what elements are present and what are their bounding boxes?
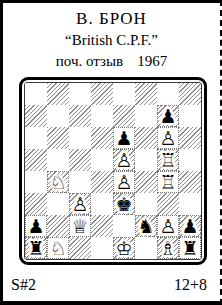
- square-b3: [47, 193, 69, 215]
- square-a7: [25, 105, 47, 127]
- square-h8: [179, 83, 201, 105]
- stipulation: S#2: [11, 275, 36, 294]
- square-d3: [91, 193, 113, 215]
- piece-black-pawn: ♟: [179, 215, 201, 237]
- square-e8: [113, 83, 135, 105]
- square-a6: [25, 127, 47, 149]
- square-d8: [91, 83, 113, 105]
- piece-white-pawn: ♙: [157, 127, 179, 149]
- chess-board: ♟♟♙♙♖♘♙♖♙♚♟♕♞♙♟♜♘♔♗♜: [25, 83, 201, 259]
- square-g2: ♙: [157, 215, 179, 237]
- square-c2: ♕: [69, 215, 91, 237]
- square-h3: [179, 193, 201, 215]
- chess-board-inner-frame: ♟♟♙♙♖♘♙♖♙♚♟♕♞♙♟♜♘♔♗♜: [24, 82, 202, 260]
- square-c6: [69, 127, 91, 149]
- square-g6: ♙: [157, 127, 179, 149]
- square-c3: ♙: [69, 193, 91, 215]
- square-g7: ♟: [157, 105, 179, 127]
- square-d2: [91, 215, 113, 237]
- square-f8: [135, 83, 157, 105]
- square-c1: [69, 237, 91, 259]
- square-a4: [25, 171, 47, 193]
- square-e3: ♚: [113, 193, 135, 215]
- square-d1: [91, 237, 113, 259]
- piece-black-pawn: ♟: [25, 215, 47, 237]
- award-line: поч. отзыв 1967: [3, 52, 220, 71]
- square-f2: ♞: [135, 215, 157, 237]
- piece-count: 12+8: [174, 275, 207, 294]
- square-a3: [25, 193, 47, 215]
- square-g1: ♗: [157, 237, 179, 259]
- square-c7: [69, 105, 91, 127]
- square-c8: [69, 83, 91, 105]
- piece-white-rook: ♖: [157, 149, 179, 171]
- piece-white-pawn: ♙: [113, 149, 135, 171]
- tourney-source: “British C.P.F.”: [3, 31, 220, 50]
- square-h1: ♜: [179, 237, 201, 259]
- piece-black-knight: ♞: [135, 215, 157, 237]
- square-g8: [157, 83, 179, 105]
- piece-black-rook: ♜: [25, 237, 47, 259]
- piece-white-pawn: ♙: [113, 171, 135, 193]
- square-b8: [47, 83, 69, 105]
- piece-white-pawn: ♙: [69, 193, 91, 215]
- square-c4: [69, 171, 91, 193]
- piece-white-queen: ♕: [69, 215, 91, 237]
- piece-black-king: ♚: [113, 193, 135, 215]
- square-e7: [113, 105, 135, 127]
- chess-board-frame: ♟♟♙♙♖♘♙♖♙♚♟♕♞♙♟♜♘♔♗♜: [19, 77, 207, 265]
- problem-diagram-card: В. БРОН “British C.P.F.” поч. отзыв 1967…: [0, 0, 222, 305]
- square-d5: [91, 149, 113, 171]
- piece-white-knight: ♘: [47, 171, 69, 193]
- square-a1: ♜: [25, 237, 47, 259]
- square-f6: [135, 127, 157, 149]
- header: В. БРОН “British C.P.F.” поч. отзыв 1967: [3, 9, 220, 71]
- piece-white-bishop: ♗: [157, 237, 179, 259]
- square-e2: [113, 215, 135, 237]
- square-e5: ♙: [113, 149, 135, 171]
- award-year: 1967: [137, 52, 167, 71]
- piece-white-rook: ♖: [157, 171, 179, 193]
- square-h2: ♟: [179, 215, 201, 237]
- award-text: поч. отзыв: [56, 52, 123, 71]
- square-b4: ♘: [47, 171, 69, 193]
- caption-row: S#2 12+8: [11, 275, 207, 294]
- square-h6: [179, 127, 201, 149]
- square-f4: [135, 171, 157, 193]
- square-a8: [25, 83, 47, 105]
- piece-white-knight: ♘: [47, 237, 69, 259]
- piece-white-pawn: ♙: [157, 215, 179, 237]
- square-f3: [135, 193, 157, 215]
- square-e4: ♙: [113, 171, 135, 193]
- square-b2: [47, 215, 69, 237]
- square-e1: ♔: [113, 237, 135, 259]
- square-b5: [47, 149, 69, 171]
- piece-black-pawn: ♟: [157, 105, 179, 127]
- square-h4: [179, 171, 201, 193]
- square-d4: [91, 171, 113, 193]
- square-b6: [47, 127, 69, 149]
- piece-black-pawn: ♟: [113, 127, 135, 149]
- square-g5: ♖: [157, 149, 179, 171]
- square-d7: [91, 105, 113, 127]
- square-c5: [69, 149, 91, 171]
- square-f7: [135, 105, 157, 127]
- square-g3: [157, 193, 179, 215]
- square-b1: ♘: [47, 237, 69, 259]
- square-g4: ♖: [157, 171, 179, 193]
- composer-name: В. БРОН: [3, 9, 220, 29]
- square-h5: [179, 149, 201, 171]
- square-f1: [135, 237, 157, 259]
- square-e6: ♟: [113, 127, 135, 149]
- square-d6: [91, 127, 113, 149]
- square-a2: ♟: [25, 215, 47, 237]
- square-h7: [179, 105, 201, 127]
- square-f5: [135, 149, 157, 171]
- square-b7: [47, 105, 69, 127]
- piece-black-rook: ♜: [179, 237, 201, 259]
- square-a5: [25, 149, 47, 171]
- piece-white-king: ♔: [113, 237, 135, 259]
